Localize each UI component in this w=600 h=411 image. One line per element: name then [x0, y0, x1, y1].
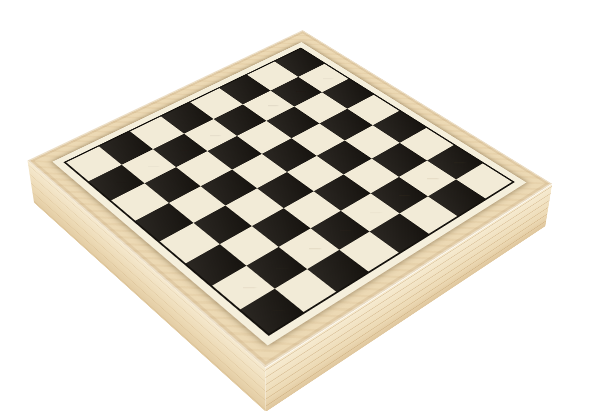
board-squares	[63, 48, 514, 336]
board-tray	[27, 30, 552, 368]
chess-set-photo: ♜♞♝♛♚♝♞♜♟♟♟♟♟♟♟♟♟♟♟♟♟♟♟♟♜♞♝♛♚♝♞♜	[101, 0, 473, 358]
wooden-chess-box: ♜♞♝♛♚♝♞♜♟♟♟♟♟♟♟♟♟♟♟♟♟♟♟♟♜♞♝♛♚♝♞♜	[27, 30, 552, 368]
photo-background: { "game": "chess", "scene_type": "wooden…	[0, 0, 600, 411]
chess-board	[52, 42, 526, 345]
